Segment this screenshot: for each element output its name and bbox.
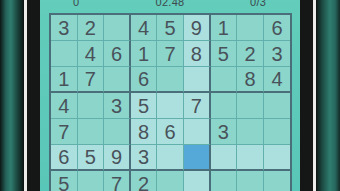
sudoku-cell-r7c2[interactable]: [78, 171, 105, 191]
timer-value: 02.48: [155, 0, 184, 8]
sudoku-cell-r6c6[interactable]: [184, 145, 211, 171]
sudoku-cell-r5c5[interactable]: 6: [157, 119, 184, 145]
sudoku-cell-r1c7[interactable]: 1: [211, 15, 238, 41]
sudoku-cell-r5c1[interactable]: 7: [51, 119, 78, 145]
sudoku-cell-r3c8[interactable]: 8: [237, 67, 264, 93]
sudoku-cell-r4c1[interactable]: 4: [51, 93, 78, 119]
sudoku-cell-r4c3[interactable]: 3: [104, 93, 131, 119]
sudoku-cell-r3c6[interactable]: [184, 67, 211, 93]
sudoku-cell-r4c9[interactable]: [264, 93, 291, 119]
sudoku-cell-r3c9[interactable]: 4: [264, 67, 291, 93]
sudoku-cell-r3c2[interactable]: 7: [78, 67, 105, 93]
sudoku-cell-r7c8[interactable]: [237, 171, 264, 191]
sudoku-grid: 32459164617852317684435778636593572: [49, 13, 292, 191]
sudoku-cell-r6c8[interactable]: [237, 145, 264, 171]
sudoku-cell-r5c3[interactable]: [104, 119, 131, 145]
sudoku-cell-r5c6[interactable]: [184, 119, 211, 145]
sudoku-cell-r6c4[interactable]: 3: [131, 145, 158, 171]
sudoku-cell-r5c4[interactable]: 8: [131, 119, 158, 145]
sudoku-cell-r3c5[interactable]: [157, 67, 184, 93]
sudoku-cell-r3c1[interactable]: 1: [51, 67, 78, 93]
sudoku-cell-r3c3[interactable]: [104, 67, 131, 93]
sudoku-cell-r2c4[interactable]: 1: [131, 41, 158, 67]
sudoku-cell-r2c6[interactable]: 8: [184, 41, 211, 67]
app-screen: 0 02.48 0/3 3245916461785231768443577863…: [40, 0, 300, 191]
sudoku-cell-r4c2[interactable]: [78, 93, 105, 119]
sudoku-cell-r7c5[interactable]: [157, 171, 184, 191]
mistakes-counter: 0/3: [250, 0, 266, 8]
sudoku-cell-r2c1[interactable]: [51, 41, 78, 67]
sudoku-cell-r2c3[interactable]: 6: [104, 41, 131, 67]
sudoku-cell-r1c5[interactable]: 5: [157, 15, 184, 41]
sudoku-cell-r4c5[interactable]: [157, 93, 184, 119]
sudoku-cell-r1c6[interactable]: 9: [184, 15, 211, 41]
sudoku-cell-r7c7[interactable]: [211, 171, 238, 191]
sudoku-cell-r3c7[interactable]: [211, 67, 238, 93]
sudoku-cell-r6c9[interactable]: [264, 145, 291, 171]
sudoku-cell-r6c7[interactable]: [211, 145, 238, 171]
sudoku-cell-r5c9[interactable]: [264, 119, 291, 145]
sudoku-cell-r5c2[interactable]: [78, 119, 105, 145]
sudoku-cell-r2c8[interactable]: 2: [237, 41, 264, 67]
sudoku-cell-r5c7[interactable]: 3: [211, 119, 238, 145]
sudoku-cell-r7c6[interactable]: [184, 171, 211, 191]
sudoku-cell-r1c4[interactable]: 4: [131, 15, 158, 41]
sudoku-cell-r1c8[interactable]: [237, 15, 264, 41]
ambient-glow-left: [0, 0, 24, 191]
ambient-glow-right: [316, 0, 340, 191]
sudoku-cell-r2c9[interactable]: 3: [264, 41, 291, 67]
sudoku-cell-r3c4[interactable]: 6: [131, 67, 158, 93]
sudoku-cell-r7c3[interactable]: 7: [104, 171, 131, 191]
sudoku-cell-r1c2[interactable]: 2: [78, 15, 105, 41]
sudoku-cell-r2c2[interactable]: 4: [78, 41, 105, 67]
sudoku-cell-r7c4[interactable]: 2: [131, 171, 158, 191]
sudoku-cell-r4c4[interactable]: 5: [131, 93, 158, 119]
sudoku-cell-r7c9[interactable]: [264, 171, 291, 191]
sudoku-cell-r6c1[interactable]: 6: [51, 145, 78, 171]
sudoku-cell-r5c8[interactable]: [237, 119, 264, 145]
sudoku-cell-r4c7[interactable]: [211, 93, 238, 119]
sudoku-cell-r6c2[interactable]: 5: [78, 145, 105, 171]
sudoku-cell-r1c9[interactable]: 6: [264, 15, 291, 41]
sudoku-cell-r6c3[interactable]: 9: [104, 145, 131, 171]
phone-frame: 0 02.48 0/3 3245916461785231768443577863…: [24, 0, 316, 191]
sudoku-cell-r4c8[interactable]: [237, 93, 264, 119]
sudoku-cell-r1c1[interactable]: 3: [51, 15, 78, 41]
score-value: 0: [73, 0, 79, 8]
sudoku-cell-r6c5[interactable]: [157, 145, 184, 171]
sudoku-cell-r2c5[interactable]: 7: [157, 41, 184, 67]
sudoku-cell-r1c3[interactable]: [104, 15, 131, 41]
sudoku-cell-r7c1[interactable]: 5: [51, 171, 78, 191]
sudoku-cell-r2c7[interactable]: 5: [211, 41, 238, 67]
sudoku-cell-r4c6[interactable]: 7: [184, 93, 211, 119]
